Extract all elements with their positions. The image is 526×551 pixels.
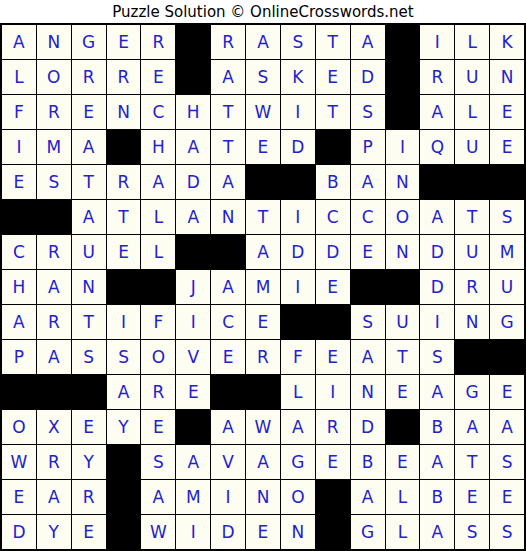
grid-cell: N (386, 235, 420, 269)
grid-cell: W (2, 445, 36, 479)
grid-cell: A (420, 445, 454, 479)
black-cell (107, 445, 141, 479)
grid-cell: I (316, 375, 350, 409)
grid-cell: T (455, 445, 489, 479)
grid-cell: A (72, 200, 106, 234)
grid-cell: C (2, 235, 36, 269)
grid-cell: E (107, 235, 141, 269)
grid-cell: U (455, 60, 489, 94)
grid-cell: I (107, 305, 141, 339)
grid-cell: F (141, 305, 175, 339)
grid-cell: E (246, 305, 280, 339)
black-cell (176, 410, 210, 444)
black-cell (176, 25, 210, 59)
grid-cell: W (246, 95, 280, 129)
crossword-grid: ANGERRASTAILKLORREASKEDRUNFRENCHTWITSALE… (0, 23, 526, 551)
grid-cell: D (420, 235, 454, 269)
grid-cell: E (490, 130, 524, 164)
black-cell (490, 165, 524, 199)
grid-cell: D (351, 410, 385, 444)
grid-cell: G (281, 445, 315, 479)
grid-cell: E (455, 480, 489, 514)
grid-cell: T (316, 95, 350, 129)
page-title: Puzzle Solution © OnlineCrosswords.net (0, 0, 526, 23)
grid-cell: T (72, 305, 106, 339)
grid-cell: S (455, 515, 489, 549)
grid-cell: F (2, 95, 36, 129)
black-cell (420, 165, 454, 199)
grid-cell: I (2, 130, 36, 164)
black-cell (176, 235, 210, 269)
grid-cell: L (386, 480, 420, 514)
grid-cell: R (246, 340, 280, 374)
black-cell (72, 375, 106, 409)
black-cell (246, 165, 280, 199)
grid-cell: P (2, 340, 36, 374)
grid-cell: G (455, 375, 489, 409)
grid-cell: A (490, 410, 524, 444)
grid-cell: O (386, 200, 420, 234)
grid-cell: N (490, 60, 524, 94)
grid-cell: N (351, 375, 385, 409)
grid-cell: U (490, 270, 524, 304)
grid-cell: A (211, 165, 245, 199)
grid-cell: A (176, 130, 210, 164)
black-cell (246, 375, 280, 409)
grid-cell: G (72, 25, 106, 59)
grid-cell: T (386, 340, 420, 374)
grid-cell: A (351, 165, 385, 199)
grid-cell: U (72, 235, 106, 269)
black-cell (107, 515, 141, 549)
grid-cell: B (351, 445, 385, 479)
grid-cell: B (420, 480, 454, 514)
grid-cell: I (386, 130, 420, 164)
grid-cell: R (107, 165, 141, 199)
grid-cell: U (455, 235, 489, 269)
black-cell (2, 375, 36, 409)
grid-cell: M (176, 480, 210, 514)
grid-cell: E (490, 95, 524, 129)
grid-cell: N (211, 200, 245, 234)
grid-cell: Y (107, 410, 141, 444)
grid-cell: Q (420, 130, 454, 164)
puzzle-solution-page: Puzzle Solution © OnlineCrosswords.net A… (0, 0, 526, 551)
black-cell (107, 130, 141, 164)
grid-cell: A (72, 130, 106, 164)
grid-cell: O (37, 60, 71, 94)
grid-cell: E (72, 410, 106, 444)
black-cell (107, 270, 141, 304)
grid-cell: R (37, 95, 71, 129)
grid-cell: Y (37, 515, 71, 549)
black-cell (386, 95, 420, 129)
grid-cell: R (72, 60, 106, 94)
grid-cell: D (420, 270, 454, 304)
grid-cell: D (316, 235, 350, 269)
grid-cell: H (176, 95, 210, 129)
grid-cell: T (211, 95, 245, 129)
grid-cell: C (351, 200, 385, 234)
grid-cell: R (37, 305, 71, 339)
grid-cell: A (246, 25, 280, 59)
grid-cell: A (281, 410, 315, 444)
grid-cell: H (141, 130, 175, 164)
grid-cell: I (176, 305, 210, 339)
grid-cell: N (455, 305, 489, 339)
grid-cell: S (72, 340, 106, 374)
black-cell (2, 200, 36, 234)
black-cell (316, 305, 350, 339)
grid-cell: N (246, 480, 280, 514)
grid-cell: J (176, 270, 210, 304)
grid-cell: E (246, 515, 280, 549)
grid-cell: M (37, 130, 71, 164)
grid-cell: E (316, 445, 350, 479)
grid-cell: A (420, 200, 454, 234)
grid-cell: F (281, 340, 315, 374)
grid-cell: K (281, 60, 315, 94)
black-cell (316, 480, 350, 514)
black-cell (211, 235, 245, 269)
black-cell (281, 165, 315, 199)
black-cell (455, 340, 489, 374)
grid-cell: A (141, 480, 175, 514)
grid-cell: T (72, 165, 106, 199)
grid-cell: G (351, 515, 385, 549)
grid-cell: E (211, 340, 245, 374)
black-cell (37, 375, 71, 409)
grid-cell: R (141, 375, 175, 409)
grid-cell: A (2, 25, 36, 59)
grid-cell: R (37, 445, 71, 479)
grid-cell: A (351, 480, 385, 514)
grid-cell: D (281, 130, 315, 164)
grid-cell: A (37, 480, 71, 514)
grid-cell: E (2, 165, 36, 199)
grid-cell: S (420, 340, 454, 374)
grid-cell: A (246, 445, 280, 479)
grid-cell: H (2, 270, 36, 304)
grid-cell: E (386, 445, 420, 479)
grid-cell: I (281, 200, 315, 234)
black-cell (316, 515, 350, 549)
grid-cell: S (37, 165, 71, 199)
grid-cell: E (246, 130, 280, 164)
grid-cell: O (2, 410, 36, 444)
grid-cell: E (316, 60, 350, 94)
grid-cell: S (490, 200, 524, 234)
grid-cell: S (141, 445, 175, 479)
grid-cell: D (351, 60, 385, 94)
black-cell (490, 340, 524, 374)
black-cell (351, 270, 385, 304)
grid-cell: E (176, 375, 210, 409)
grid-cell: E (2, 480, 36, 514)
grid-cell: M (490, 235, 524, 269)
grid-cell: E (316, 270, 350, 304)
grid-cell: E (141, 410, 175, 444)
grid-cell: D (2, 515, 36, 549)
grid-cell: G (490, 305, 524, 339)
grid-cell: C (316, 200, 350, 234)
grid-cell: L (455, 25, 489, 59)
grid-cell: N (72, 270, 106, 304)
grid-cell: N (107, 95, 141, 129)
grid-cell: E (316, 340, 350, 374)
grid-cell: W (141, 515, 175, 549)
grid-cell: K (490, 25, 524, 59)
black-cell (281, 305, 315, 339)
grid-cell: A (420, 515, 454, 549)
grid-cell: R (316, 410, 350, 444)
grid-cell: A (420, 375, 454, 409)
grid-cell: A (107, 375, 141, 409)
grid-cell: B (316, 165, 350, 199)
grid-cell: P (351, 130, 385, 164)
grid-cell: M (246, 270, 280, 304)
grid-cell: D (211, 515, 245, 549)
grid-cell: E (351, 235, 385, 269)
black-cell (386, 25, 420, 59)
black-cell (316, 130, 350, 164)
grid-cell: A (211, 270, 245, 304)
grid-cell: I (176, 515, 210, 549)
black-cell (386, 60, 420, 94)
grid-cell: E (72, 95, 106, 129)
grid-cell: T (455, 200, 489, 234)
grid-cell: N (281, 515, 315, 549)
grid-cell: I (281, 95, 315, 129)
grid-cell: Y (72, 445, 106, 479)
grid-cell: E (107, 25, 141, 59)
grid-cell: L (281, 375, 315, 409)
grid-cell: N (386, 165, 420, 199)
grid-cell: E (141, 60, 175, 94)
grid-cell: C (211, 305, 245, 339)
grid-cell: S (490, 445, 524, 479)
grid-cell: T (107, 200, 141, 234)
grid-cell: D (281, 235, 315, 269)
grid-cell: R (420, 60, 454, 94)
black-cell (176, 60, 210, 94)
grid-cell: A (37, 270, 71, 304)
grid-cell: A (246, 235, 280, 269)
black-cell (107, 480, 141, 514)
grid-cell: R (107, 60, 141, 94)
grid-cell: A (351, 25, 385, 59)
grid-cell: A (420, 95, 454, 129)
grid-cell: B (420, 410, 454, 444)
grid-cell: S (351, 305, 385, 339)
grid-cell: V (176, 340, 210, 374)
grid-cell: I (420, 25, 454, 59)
grid-cell: L (141, 235, 175, 269)
grid-cell: A (176, 200, 210, 234)
grid-cell: E (72, 515, 106, 549)
grid-cell: E (490, 480, 524, 514)
grid-cell: C (141, 95, 175, 129)
grid-cell: A (176, 445, 210, 479)
grid-cell: R (211, 25, 245, 59)
grid-cell: A (141, 165, 175, 199)
black-cell (141, 270, 175, 304)
grid-cell: I (420, 305, 454, 339)
grid-cell: A (37, 340, 71, 374)
grid-cell: O (141, 340, 175, 374)
grid-cell: D (176, 165, 210, 199)
grid-cell: O (281, 480, 315, 514)
grid-cell: L (141, 200, 175, 234)
black-cell (37, 200, 71, 234)
grid-cell: A (455, 410, 489, 444)
grid-cell: V (211, 445, 245, 479)
grid-cell: U (386, 305, 420, 339)
grid-cell: S (490, 515, 524, 549)
grid-cell: T (246, 200, 280, 234)
grid-cell: R (141, 25, 175, 59)
grid-cell: S (246, 60, 280, 94)
grid-cell: L (455, 95, 489, 129)
grid-cell: U (455, 130, 489, 164)
black-cell (386, 270, 420, 304)
grid-cell: S (281, 25, 315, 59)
grid-cell: R (72, 480, 106, 514)
grid-cell: I (281, 270, 315, 304)
grid-cell: L (386, 515, 420, 549)
grid-cell: A (211, 60, 245, 94)
grid-cell: E (490, 375, 524, 409)
black-cell (386, 410, 420, 444)
grid-cell: R (37, 235, 71, 269)
grid-cell: R (455, 270, 489, 304)
grid-cell: S (351, 95, 385, 129)
black-cell (211, 375, 245, 409)
grid-cell: A (351, 340, 385, 374)
grid-cell: T (211, 130, 245, 164)
grid-cell: X (37, 410, 71, 444)
grid-cell: L (2, 60, 36, 94)
grid-cell: A (2, 305, 36, 339)
grid-cell: N (37, 25, 71, 59)
grid-cell: S (107, 340, 141, 374)
grid-cell: I (211, 480, 245, 514)
grid-cell: E (386, 375, 420, 409)
grid-cell: T (316, 25, 350, 59)
grid-cell: A (211, 410, 245, 444)
grid-cell: W (246, 410, 280, 444)
black-cell (455, 165, 489, 199)
